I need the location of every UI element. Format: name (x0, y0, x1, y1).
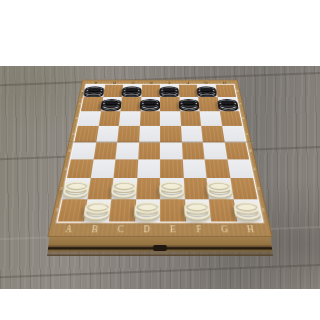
square-g8[interactable]: ⛂ (197, 85, 217, 98)
square-e2[interactable]: ⛂ (160, 178, 184, 199)
black-checker-f7[interactable]: ⛂ (179, 97, 199, 111)
square-e8[interactable]: ⛂ (160, 85, 179, 98)
file-labels-bottom: ABCDEFGH (55, 222, 266, 238)
white-checker-e2[interactable]: ⛂ (160, 177, 184, 198)
square-f1[interactable]: ⛂ (184, 199, 211, 222)
black-checker-e8[interactable]: ⛂ (160, 84, 179, 97)
square-a4[interactable] (71, 142, 96, 159)
square-g2[interactable]: ⛂ (207, 178, 234, 199)
square-f5[interactable] (181, 126, 203, 142)
file-label-top: B (105, 80, 124, 84)
file-label: G (211, 222, 239, 238)
square-f3[interactable] (182, 159, 206, 178)
square-d3[interactable] (137, 159, 160, 178)
square-g4[interactable] (203, 142, 227, 159)
file-label: F (186, 222, 213, 238)
square-c5[interactable] (117, 126, 139, 142)
square-d1[interactable]: ⛂ (134, 199, 160, 222)
square-a6[interactable] (78, 111, 101, 126)
square-e1[interactable] (160, 199, 186, 222)
square-c1[interactable] (109, 199, 136, 222)
black-checker-g8[interactable]: ⛂ (197, 84, 217, 97)
square-b7[interactable]: ⛂ (101, 97, 122, 111)
file-label-top: F (178, 80, 197, 84)
file-label-top: C (123, 80, 142, 84)
square-f4[interactable] (181, 142, 204, 159)
black-checker-b7[interactable]: ⛂ (101, 97, 122, 111)
square-d7[interactable]: ⛂ (140, 97, 160, 111)
white-checker-f1[interactable]: ⛂ (184, 198, 211, 221)
file-label-top: D (142, 80, 160, 84)
plank-seam (0, 263, 320, 278)
file-label: H (237, 222, 266, 238)
file-label: B (81, 222, 109, 238)
file-labels-top: ABCDEFGH (86, 80, 233, 84)
letterbox-bottom (0, 289, 320, 320)
file-label-top: E (160, 80, 178, 84)
white-checker-b1[interactable]: ⛂ (84, 198, 112, 221)
square-c6[interactable] (119, 111, 140, 126)
photo-canvas: ⛂⛂⛂⛂⛂⛂⛂⛂⛂⛂⛂⛂⛂⛂⛂⛂ ABCDEFGH ABCDEFGH 87654… (0, 0, 320, 320)
square-e5[interactable] (160, 126, 181, 142)
letterbox-top (0, 0, 320, 66)
checkers-board: ⛂⛂⛂⛂⛂⛂⛂⛂⛂⛂⛂⛂⛂⛂⛂⛂ ABCDEFGH ABCDEFGH 87654… (47, 80, 273, 237)
square-e6[interactable] (160, 111, 181, 126)
black-checker-d7[interactable]: ⛂ (140, 97, 160, 111)
square-c8[interactable]: ⛂ (122, 85, 142, 98)
square-c2[interactable]: ⛂ (111, 178, 136, 199)
file-label: C (107, 222, 134, 238)
white-checker-d1[interactable]: ⛂ (135, 198, 160, 221)
square-f6[interactable] (180, 111, 201, 126)
box-latch[interactable] (153, 245, 167, 251)
board-grid: ⛂⛂⛂⛂⛂⛂⛂⛂⛂⛂⛂⛂⛂⛂⛂⛂ (58, 85, 262, 222)
square-d6[interactable] (139, 111, 160, 126)
square-b1[interactable]: ⛂ (83, 199, 111, 222)
square-e7[interactable] (160, 97, 180, 111)
white-checker-c2[interactable]: ⛂ (111, 177, 136, 198)
square-g5[interactable] (201, 126, 224, 142)
square-d4[interactable] (138, 142, 160, 159)
square-b5[interactable] (96, 126, 119, 142)
square-a5[interactable] (74, 126, 98, 142)
square-b6[interactable] (98, 111, 120, 126)
file-label: E (160, 222, 186, 238)
square-f7[interactable]: ⛂ (179, 97, 200, 111)
square-e4[interactable] (160, 142, 182, 159)
square-b4[interactable] (93, 142, 117, 159)
file-label-top: A (86, 80, 105, 84)
board-fold-seam (66, 142, 254, 144)
white-checker-g2[interactable]: ⛂ (206, 177, 232, 198)
game-box-front-side (47, 236, 273, 256)
black-checker-c8[interactable]: ⛂ (122, 84, 142, 97)
file-label: D (134, 222, 160, 238)
file-label: A (55, 222, 84, 238)
square-d5[interactable] (139, 126, 160, 142)
square-c4[interactable] (115, 142, 138, 159)
square-c7[interactable] (120, 97, 141, 111)
file-label-top: G (196, 80, 215, 84)
file-label-top: H (214, 80, 233, 84)
square-g6[interactable] (200, 111, 222, 126)
